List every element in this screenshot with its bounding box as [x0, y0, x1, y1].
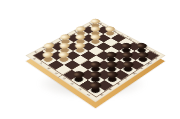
checkers-set-photo: АБВГДЕЖЗ 87654321 87654321 АБВГДЕЖЗ	[0, 0, 180, 119]
